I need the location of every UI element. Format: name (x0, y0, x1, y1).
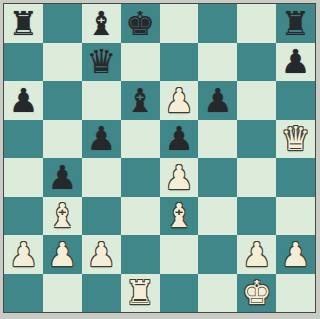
piece-c8: ♝ (86, 7, 116, 40)
square-d2[interactable] (121, 235, 160, 274)
square-c6[interactable] (82, 81, 121, 120)
square-b7[interactable] (43, 43, 82, 82)
square-e6[interactable]: ♟ (160, 81, 199, 120)
square-h6[interactable] (276, 81, 315, 120)
piece-h7: ♟ (281, 45, 311, 78)
square-f4[interactable] (198, 158, 237, 197)
square-f1[interactable] (198, 274, 237, 313)
piece-c7: ♛ (86, 45, 116, 78)
square-b3[interactable]: ♝ (43, 197, 82, 236)
square-a4[interactable] (4, 158, 43, 197)
square-b5[interactable] (43, 120, 82, 159)
piece-g2: ♟ (242, 238, 272, 271)
piece-e3: ♝ (164, 199, 194, 232)
square-b6[interactable] (43, 81, 82, 120)
square-d7[interactable] (121, 43, 160, 82)
square-c1[interactable] (82, 274, 121, 313)
square-h5[interactable]: ♛ (276, 120, 315, 159)
square-h7[interactable]: ♟ (276, 43, 315, 82)
square-b4[interactable]: ♟ (43, 158, 82, 197)
square-g8[interactable] (237, 4, 276, 43)
square-e3[interactable]: ♝ (160, 197, 199, 236)
square-a7[interactable] (4, 43, 43, 82)
square-h8[interactable]: ♜ (276, 4, 315, 43)
piece-h5: ♛ (281, 122, 311, 155)
square-c3[interactable] (82, 197, 121, 236)
piece-e5: ♟ (164, 122, 194, 155)
piece-a6: ♟ (9, 84, 39, 117)
square-e2[interactable] (160, 235, 199, 274)
square-g1[interactable]: ♚ (237, 274, 276, 313)
square-g2[interactable]: ♟ (237, 235, 276, 274)
square-f7[interactable] (198, 43, 237, 82)
square-e5[interactable]: ♟ (160, 120, 199, 159)
square-b8[interactable] (43, 4, 82, 43)
piece-e4: ♟ (164, 161, 194, 194)
piece-h2: ♟ (281, 238, 311, 271)
square-f3[interactable] (198, 197, 237, 236)
square-h2[interactable]: ♟ (276, 235, 315, 274)
square-c2[interactable]: ♟ (82, 235, 121, 274)
chess-board: ♜ ♝ ♚ ♜ ♛ ♟ ♟ ♝ ♟ ♟ ♟ ♟ ♛ ♟ ♟ (3, 3, 316, 313)
piece-d6: ♝ (125, 84, 155, 117)
piece-a8: ♜ (9, 7, 39, 40)
piece-h8: ♜ (281, 7, 311, 40)
piece-d8: ♚ (125, 7, 155, 40)
square-a5[interactable] (4, 120, 43, 159)
square-d3[interactable] (121, 197, 160, 236)
square-a1[interactable] (4, 274, 43, 313)
square-c7[interactable]: ♛ (82, 43, 121, 82)
square-d8[interactable]: ♚ (121, 4, 160, 43)
square-b2[interactable]: ♟ (43, 235, 82, 274)
piece-e6: ♟ (164, 84, 194, 117)
piece-b2: ♟ (48, 238, 78, 271)
square-e7[interactable] (160, 43, 199, 82)
piece-b4: ♟ (48, 161, 78, 194)
square-f5[interactable] (198, 120, 237, 159)
square-d4[interactable] (121, 158, 160, 197)
piece-c5: ♟ (86, 122, 116, 155)
square-f6[interactable]: ♟ (198, 81, 237, 120)
square-e1[interactable] (160, 274, 199, 313)
square-g5[interactable] (237, 120, 276, 159)
square-g6[interactable] (237, 81, 276, 120)
square-c8[interactable]: ♝ (82, 4, 121, 43)
board-frame: ♜ ♝ ♚ ♜ ♛ ♟ ♟ ♝ ♟ ♟ ♟ ♟ ♛ ♟ ♟ (0, 0, 320, 319)
piece-a2: ♟ (9, 238, 39, 271)
square-d6[interactable]: ♝ (121, 81, 160, 120)
square-e8[interactable] (160, 4, 199, 43)
square-g4[interactable] (237, 158, 276, 197)
square-h1[interactable] (276, 274, 315, 313)
square-e4[interactable]: ♟ (160, 158, 199, 197)
square-g7[interactable] (237, 43, 276, 82)
piece-g1: ♚ (242, 276, 272, 309)
square-c4[interactable] (82, 158, 121, 197)
piece-d1: ♜ (125, 276, 155, 309)
square-c5[interactable]: ♟ (82, 120, 121, 159)
square-f8[interactable] (198, 4, 237, 43)
square-a2[interactable]: ♟ (4, 235, 43, 274)
square-b1[interactable] (43, 274, 82, 313)
square-a3[interactable] (4, 197, 43, 236)
square-h3[interactable] (276, 197, 315, 236)
square-a6[interactable]: ♟ (4, 81, 43, 120)
square-a8[interactable]: ♜ (4, 4, 43, 43)
square-g3[interactable] (237, 197, 276, 236)
square-d1[interactable]: ♜ (121, 274, 160, 313)
piece-f6: ♟ (203, 84, 233, 117)
square-h4[interactable] (276, 158, 315, 197)
piece-b3: ♝ (48, 199, 78, 232)
square-f2[interactable] (198, 235, 237, 274)
piece-c2: ♟ (86, 238, 116, 271)
square-d5[interactable] (121, 120, 160, 159)
